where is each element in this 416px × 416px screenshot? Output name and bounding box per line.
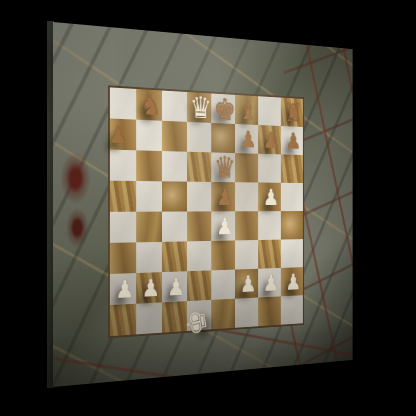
board-square-c5 [162, 181, 187, 211]
board-square-d5 [187, 182, 211, 212]
board-square-b6 [136, 150, 162, 181]
board-square-b1 [136, 302, 162, 334]
board-square-e3 [211, 240, 235, 270]
board-square-c2 [162, 271, 187, 302]
board-square-f3 [235, 240, 258, 270]
board-square-a7 [110, 118, 136, 150]
chess-board: ♞♛♚♝♜♟♟♟♟♛♟♟♟♟♟♟♟♟♟♚ [108, 85, 304, 338]
board-square-d4 [187, 211, 211, 241]
board-square-a5 [110, 181, 136, 212]
board-square-g4 [258, 211, 281, 240]
board-square-h4 [281, 211, 303, 239]
board-square-d8 [187, 92, 211, 123]
board-square-e7 [211, 123, 235, 153]
board-square-h2 [281, 267, 303, 296]
board-square-b3 [136, 242, 162, 273]
board-square-c8 [162, 90, 187, 121]
board-square-f1 [235, 297, 258, 327]
board-square-a6 [110, 150, 136, 181]
board-square-d3 [187, 241, 211, 271]
board-square-e2 [211, 270, 235, 300]
board-square-h8 [281, 98, 303, 127]
board-square-h6 [281, 154, 303, 183]
board-square-g8 [258, 96, 281, 126]
board-square-g2 [258, 268, 281, 298]
board-square-a1 [110, 304, 136, 336]
board-square-f4 [235, 211, 258, 240]
board-square-e4 [211, 211, 235, 241]
board-square-a4 [110, 212, 136, 243]
board-square-g5 [258, 182, 281, 211]
board-square-h1 [281, 295, 303, 325]
board-square-c1 [162, 301, 187, 333]
board-square-h5 [281, 183, 303, 211]
board-square-a3 [110, 242, 136, 274]
board-square-f2 [235, 269, 258, 299]
board-square-c6 [162, 151, 187, 182]
board-square-a2 [110, 273, 136, 305]
board-square-b5 [136, 181, 162, 212]
red-marble-knot [66, 208, 89, 248]
board-square-b4 [136, 212, 162, 243]
board-square-g3 [258, 240, 281, 269]
board-square-e1 [211, 299, 235, 330]
board-square-b8 [136, 89, 162, 121]
board-square-f7 [235, 124, 258, 154]
board-square-h3 [281, 239, 303, 268]
board-square-f5 [235, 182, 258, 211]
board-square-d6 [187, 152, 211, 182]
board-square-c7 [162, 121, 187, 152]
board-square-e5 [211, 182, 235, 211]
board-square-f6 [235, 153, 258, 182]
board-square-h7 [281, 126, 303, 155]
product-photo-background: { "game": "chess", "scene": { "descripti… [0, 0, 416, 416]
board-square-d2 [187, 270, 211, 301]
board-square-d1 [187, 300, 211, 331]
board-square-c4 [162, 212, 187, 242]
board-square-a8 [110, 87, 136, 119]
board-square-g6 [258, 154, 281, 183]
canvas-front: ♞♛♚♝♜♟♟♟♟♛♟♟♟♟♟♟♟♟♟♚ [53, 22, 353, 387]
board-square-e6 [211, 152, 235, 182]
board-grid [110, 87, 303, 336]
board-square-d7 [187, 122, 211, 153]
board-square-g1 [258, 296, 281, 326]
board-square-b2 [136, 272, 162, 304]
board-square-c3 [162, 241, 187, 272]
board-square-e8 [211, 93, 235, 124]
red-marble-knot [60, 152, 90, 204]
board-square-f8 [235, 95, 258, 125]
board-square-b7 [136, 120, 162, 151]
board-square-g7 [258, 125, 281, 154]
chess-canvas-print: ♞♛♚♝♜♟♟♟♟♛♟♟♟♟♟♟♟♟♟♚ [0, 0, 416, 416]
